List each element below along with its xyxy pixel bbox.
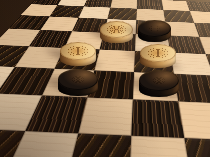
square-f2[interactable] <box>178 101 210 140</box>
square-f1[interactable] <box>184 138 210 157</box>
checkers-board-photo <box>0 0 210 157</box>
square-e2[interactable] <box>131 99 184 138</box>
light-piece-e4[interactable] <box>140 44 176 68</box>
piece-top <box>140 44 176 63</box>
dark-piece-e5[interactable] <box>138 20 171 42</box>
piece-top <box>139 70 179 91</box>
square-e1[interactable] <box>129 136 193 157</box>
square-d2[interactable] <box>78 97 133 135</box>
dark-piece-c3[interactable] <box>58 69 98 96</box>
piece-top <box>58 69 98 90</box>
piece-top <box>138 20 171 37</box>
dark-piece-e3[interactable] <box>139 70 179 97</box>
piece-top <box>60 42 96 61</box>
light-piece-c4[interactable] <box>60 42 96 66</box>
